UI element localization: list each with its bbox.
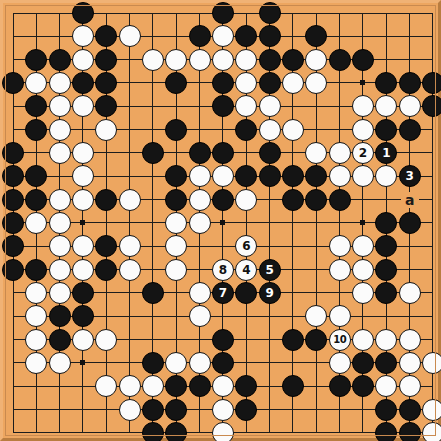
black-stone (95, 49, 117, 71)
black-stone-move-3: 3 (399, 165, 421, 187)
white-stone (119, 399, 141, 421)
black-stone (2, 142, 24, 164)
white-stone (235, 72, 257, 94)
black-stone (95, 72, 117, 94)
black-stone (165, 375, 187, 397)
white-stone-move-8: 8 (212, 259, 234, 281)
white-stone (235, 49, 257, 71)
black-stone (352, 49, 374, 71)
white-stone (352, 165, 374, 187)
white-stone (189, 305, 211, 327)
black-stone (189, 375, 211, 397)
white-stone (119, 235, 141, 257)
black-stone (375, 422, 397, 441)
white-stone (72, 25, 94, 47)
black-stone (25, 119, 47, 141)
black-stone (282, 49, 304, 71)
star-point (360, 80, 365, 85)
white-stone (49, 259, 71, 281)
star-point (220, 220, 225, 225)
star-point (360, 220, 365, 225)
white-stone (422, 352, 441, 374)
white-stone (399, 95, 421, 117)
black-stone (142, 422, 164, 441)
black-stone-move-7: 7 (212, 282, 234, 304)
white-stone (72, 49, 94, 71)
white-stone (352, 282, 374, 304)
white-stone (212, 25, 234, 47)
white-stone (49, 95, 71, 117)
white-stone (305, 49, 327, 71)
black-stone-move-9: 9 (259, 282, 281, 304)
white-stone (212, 422, 234, 441)
black-stone (212, 2, 234, 24)
white-stone (375, 95, 397, 117)
white-stone (212, 375, 234, 397)
black-stone (422, 95, 441, 117)
white-stone (119, 25, 141, 47)
black-stone (25, 259, 47, 281)
white-stone (49, 189, 71, 211)
white-stone (25, 352, 47, 374)
white-stone (165, 259, 187, 281)
black-stone (142, 282, 164, 304)
black-stone (2, 259, 24, 281)
white-stone (399, 352, 421, 374)
black-stone (25, 49, 47, 71)
black-stone (2, 165, 24, 187)
black-stone (399, 422, 421, 441)
white-stone (259, 119, 281, 141)
black-stone (375, 119, 397, 141)
black-stone (352, 352, 374, 374)
black-stone (329, 189, 351, 211)
black-stone (142, 399, 164, 421)
black-stone (212, 72, 234, 94)
white-stone (72, 235, 94, 257)
black-stone (235, 119, 257, 141)
go-diagram: 21368457910 a (0, 0, 441, 441)
go-board: 21368457910 a (0, 0, 441, 441)
white-stone (375, 375, 397, 397)
black-stone (212, 189, 234, 211)
white-stone (422, 422, 441, 441)
white-stone (142, 49, 164, 71)
board-label-a: a (401, 192, 419, 208)
white-stone (329, 305, 351, 327)
white-stone (282, 119, 304, 141)
black-stone (165, 399, 187, 421)
white-stone-move-4: 4 (235, 259, 257, 281)
black-stone (259, 72, 281, 94)
black-stone (259, 142, 281, 164)
black-stone (399, 119, 421, 141)
white-stone (329, 352, 351, 374)
white-stone (305, 142, 327, 164)
white-stone (49, 235, 71, 257)
star-point (80, 220, 85, 225)
black-stone (259, 2, 281, 24)
white-stone (329, 165, 351, 187)
white-stone (25, 282, 47, 304)
white-stone (165, 212, 187, 234)
white-stone (25, 329, 47, 351)
white-stone (212, 165, 234, 187)
white-stone (49, 282, 71, 304)
white-stone (189, 49, 211, 71)
white-stone (72, 329, 94, 351)
white-stone (352, 95, 374, 117)
white-stone (189, 189, 211, 211)
white-stone (119, 189, 141, 211)
black-stone (329, 375, 351, 397)
black-stone (212, 329, 234, 351)
white-stone (399, 329, 421, 351)
white-stone (352, 329, 374, 351)
white-stone (119, 375, 141, 397)
black-stone (72, 282, 94, 304)
black-stone (212, 95, 234, 117)
white-stone (329, 259, 351, 281)
white-stone (305, 72, 327, 94)
black-stone (165, 189, 187, 211)
black-stone (49, 329, 71, 351)
black-stone (212, 352, 234, 374)
white-stone (95, 375, 117, 397)
white-stone (189, 212, 211, 234)
white-stone (282, 72, 304, 94)
white-stone (399, 282, 421, 304)
black-stone (165, 72, 187, 94)
white-stone (25, 212, 47, 234)
white-stone (352, 119, 374, 141)
white-stone (212, 49, 234, 71)
white-stone (329, 142, 351, 164)
black-stone (165, 119, 187, 141)
black-stone (189, 142, 211, 164)
white-stone (399, 375, 421, 397)
white-stone (165, 235, 187, 257)
black-stone (282, 375, 304, 397)
white-stone-move-6: 6 (235, 235, 257, 257)
black-stone (142, 142, 164, 164)
white-stone (119, 259, 141, 281)
white-stone (305, 305, 327, 327)
white-stone (95, 119, 117, 141)
white-stone-move-2: 2 (352, 142, 374, 164)
black-stone (235, 282, 257, 304)
black-stone (72, 305, 94, 327)
black-stone (305, 329, 327, 351)
white-stone (375, 165, 397, 187)
black-stone (25, 95, 47, 117)
white-stone (235, 95, 257, 117)
black-stone (165, 165, 187, 187)
white-stone (72, 95, 94, 117)
black-stone (95, 259, 117, 281)
white-stone (375, 329, 397, 351)
black-stone (235, 25, 257, 47)
white-stone (189, 352, 211, 374)
white-stone (72, 142, 94, 164)
black-stone (49, 305, 71, 327)
black-stone (375, 282, 397, 304)
white-stone (329, 235, 351, 257)
black-stone (422, 72, 441, 94)
black-stone (235, 375, 257, 397)
white-stone-move-10: 10 (329, 329, 351, 351)
black-stone (72, 2, 94, 24)
black-stone (2, 72, 24, 94)
black-stone (165, 422, 187, 441)
black-stone (399, 212, 421, 234)
white-stone (49, 142, 71, 164)
white-stone (72, 189, 94, 211)
white-stone (165, 352, 187, 374)
black-stone (189, 25, 211, 47)
white-stone (72, 165, 94, 187)
black-stone (95, 235, 117, 257)
black-stone (235, 399, 257, 421)
white-stone (25, 72, 47, 94)
black-stone (95, 25, 117, 47)
black-stone (142, 352, 164, 374)
black-stone (2, 235, 24, 257)
white-stone (49, 119, 71, 141)
black-stone (259, 165, 281, 187)
star-point (80, 360, 85, 365)
black-stone-move-5: 5 (259, 259, 281, 281)
white-stone (49, 352, 71, 374)
white-stone (352, 259, 374, 281)
black-stone (375, 352, 397, 374)
white-stone (142, 375, 164, 397)
black-stone (399, 399, 421, 421)
white-stone (95, 329, 117, 351)
black-stone (352, 375, 374, 397)
black-stone (2, 212, 24, 234)
black-stone (212, 142, 234, 164)
black-stone (259, 25, 281, 47)
black-stone (375, 259, 397, 281)
black-stone (49, 49, 71, 71)
white-stone (165, 49, 187, 71)
black-stone (375, 212, 397, 234)
black-stone (95, 189, 117, 211)
black-stone (375, 235, 397, 257)
white-stone (189, 282, 211, 304)
black-stone (25, 165, 47, 187)
white-stone (212, 399, 234, 421)
white-stone (189, 165, 211, 187)
white-stone (49, 212, 71, 234)
black-stone (259, 49, 281, 71)
black-stone (282, 165, 304, 187)
black-stone (399, 72, 421, 94)
black-stone (282, 189, 304, 211)
black-stone-move-1: 1 (375, 142, 397, 164)
white-stone (352, 235, 374, 257)
black-stone (282, 329, 304, 351)
white-stone (49, 72, 71, 94)
black-stone (305, 165, 327, 187)
black-stone (72, 72, 94, 94)
black-stone (375, 72, 397, 94)
white-stone (259, 95, 281, 117)
white-stone (235, 189, 257, 211)
black-stone (305, 25, 327, 47)
black-stone (25, 189, 47, 211)
white-stone (25, 305, 47, 327)
black-stone (375, 399, 397, 421)
black-stone (235, 165, 257, 187)
black-stone (95, 95, 117, 117)
white-stone (422, 399, 441, 421)
black-stone (329, 49, 351, 71)
black-stone (2, 189, 24, 211)
black-stone (305, 189, 327, 211)
white-stone (72, 259, 94, 281)
